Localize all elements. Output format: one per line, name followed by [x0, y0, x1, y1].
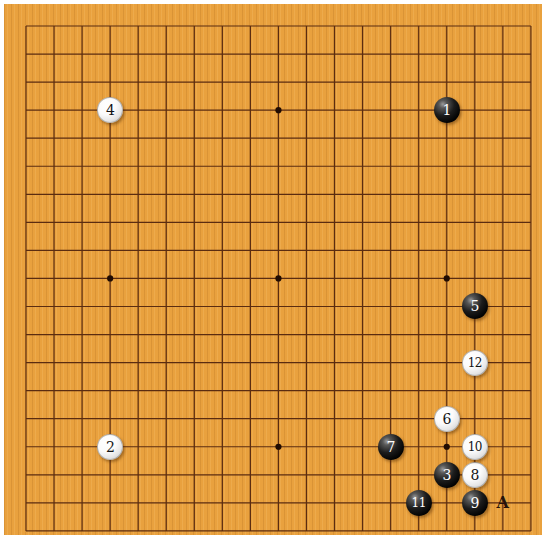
stone-move-12-white: 12 [462, 350, 488, 376]
stone-move-7-black: 7 [378, 434, 404, 460]
stone-move-11-black: 11 [406, 490, 432, 516]
stone-move-9-black: 9 [462, 490, 488, 516]
go-diagram: 123456789101112A [0, 0, 550, 550]
move-number: 12 [468, 357, 482, 369]
move-number: 4 [106, 103, 114, 117]
move-number: 2 [106, 440, 114, 454]
stone-move-1-black: 1 [434, 97, 460, 123]
stone-move-10-white: 10 [462, 434, 488, 460]
stone-move-8-white: 8 [462, 462, 488, 488]
move-number: 5 [471, 299, 479, 313]
move-number: 11 [412, 497, 426, 509]
move-number: 6 [443, 412, 451, 426]
move-number: 1 [443, 103, 451, 117]
move-number: 3 [443, 468, 451, 482]
stone-move-6-white: 6 [434, 406, 460, 432]
move-number: 9 [471, 496, 479, 510]
stone-move-4-white: 4 [97, 97, 123, 123]
stone-move-2-white: 2 [97, 434, 123, 460]
board-label-A: A [497, 493, 509, 512]
move-number: 10 [468, 441, 482, 453]
stone-move-3-black: 3 [434, 462, 460, 488]
stones-layer: 123456789101112A [12, 12, 545, 545]
move-number: 7 [386, 440, 394, 454]
go-board[interactable]: 123456789101112A [4, 4, 542, 535]
stone-move-5-black: 5 [462, 293, 488, 319]
move-number: 8 [471, 468, 479, 482]
